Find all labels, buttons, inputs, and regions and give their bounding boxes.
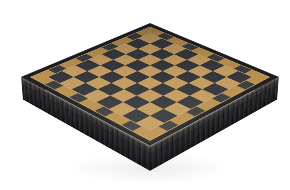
board-top (21, 23, 278, 146)
product-image (0, 0, 290, 190)
chessboard-3d (21, 23, 278, 146)
